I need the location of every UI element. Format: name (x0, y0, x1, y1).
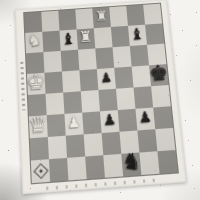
square-d7[interactable]: ♜ (77, 28, 96, 49)
square-c4[interactable] (63, 91, 82, 114)
square-f1[interactable]: ♞ (121, 153, 141, 177)
photo-background: ♜♞♝♜♝♚♟♚♛♟♟♟♞ (0, 0, 200, 200)
square-d2[interactable] (84, 133, 104, 156)
square-g7[interactable]: ♝ (128, 25, 147, 46)
square-c1[interactable] (67, 157, 87, 181)
square-d1[interactable] (85, 155, 105, 179)
square-b3[interactable] (47, 114, 66, 137)
square-g4[interactable] (134, 86, 154, 109)
square-b2[interactable] (48, 136, 67, 160)
square-a2[interactable] (30, 137, 49, 161)
square-e7[interactable] (94, 27, 113, 48)
chessboard: ♜♞♝♜♝♚♟♚♛♟♟♟♞ (15, 0, 186, 194)
square-a3[interactable]: ♛ (29, 115, 48, 138)
square-d3[interactable] (82, 111, 101, 134)
square-c3[interactable]: ♟ (64, 113, 83, 136)
square-a5[interactable]: ♚ (27, 73, 46, 95)
square-b7[interactable] (42, 31, 60, 52)
square-c8[interactable] (58, 10, 76, 31)
square-e3[interactable]: ♟ (100, 110, 120, 133)
square-g1[interactable] (139, 151, 159, 175)
square-c7[interactable]: ♝ (59, 29, 78, 50)
square-g8[interactable] (126, 5, 145, 26)
square-g2[interactable] (137, 129, 157, 152)
square-d4[interactable] (81, 90, 100, 113)
white-queen[interactable]: ♛ (28, 113, 48, 136)
white-rook[interactable]: ♜ (95, 9, 108, 24)
square-e5[interactable]: ♟ (97, 68, 116, 90)
white-king[interactable]: ♚ (26, 71, 46, 94)
square-d5[interactable] (79, 69, 98, 91)
square-e1[interactable] (103, 154, 123, 178)
square-h3[interactable] (153, 106, 173, 129)
black-bishop[interactable]: ♝ (61, 30, 76, 47)
square-f8[interactable] (109, 6, 128, 27)
square-b4[interactable] (46, 93, 65, 116)
square-h1[interactable] (157, 150, 177, 174)
square-e6[interactable] (95, 47, 114, 69)
square-d6[interactable] (78, 48, 97, 70)
square-d8[interactable] (75, 8, 93, 29)
white-knight[interactable]: ♞ (26, 32, 42, 50)
square-b6[interactable] (43, 51, 62, 73)
square-f6[interactable] (113, 46, 132, 68)
square-g3[interactable]: ♟ (135, 108, 155, 131)
black-bishop[interactable]: ♝ (130, 26, 146, 43)
square-a1[interactable] (31, 159, 50, 183)
square-c5[interactable] (62, 70, 81, 92)
square-h2[interactable] (155, 128, 175, 151)
square-e2[interactable] (102, 132, 122, 155)
board-grid: ♜♞♝♜♝♚♟♚♛♟♟♟♞ (24, 4, 178, 184)
square-c2[interactable] (66, 134, 85, 157)
black-pawn[interactable]: ♟ (100, 71, 112, 85)
square-g6[interactable] (130, 45, 149, 67)
square-b8[interactable] (41, 11, 59, 32)
square-a7[interactable]: ♞ (25, 32, 43, 54)
white-rook[interactable]: ♜ (79, 30, 93, 46)
square-f4[interactable] (116, 87, 135, 110)
square-e8[interactable]: ♜ (92, 7, 111, 28)
square-f7[interactable] (111, 26, 130, 47)
black-pawn[interactable]: ♟ (138, 110, 152, 126)
square-h7[interactable] (145, 23, 164, 44)
square-b1[interactable] (49, 158, 68, 182)
black-pawn[interactable]: ♟ (103, 113, 117, 129)
square-f5[interactable] (114, 67, 133, 89)
square-f3[interactable] (118, 109, 138, 132)
black-king[interactable]: ♚ (148, 62, 169, 84)
square-e4[interactable] (98, 89, 117, 112)
square-b5[interactable] (44, 72, 63, 94)
square-h4[interactable] (151, 85, 171, 108)
film-grain (0, 0, 1, 1)
board-edge-print-icon (20, 62, 25, 111)
square-h8[interactable] (143, 4, 162, 25)
white-pawn[interactable]: ♟ (67, 115, 81, 131)
square-h5[interactable]: ♚ (149, 64, 169, 86)
square-c6[interactable] (61, 50, 80, 72)
